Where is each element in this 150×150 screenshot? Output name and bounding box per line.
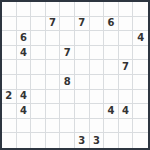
cell-r2-c2[interactable] bbox=[17, 17, 32, 32]
cell-r2-c10[interactable] bbox=[133, 17, 148, 32]
puzzle-board: 7766447782444433 bbox=[0, 0, 150, 150]
cell-r5-c8[interactable] bbox=[104, 60, 119, 75]
cell-r3-c2-clue[interactable]: 6 bbox=[17, 31, 32, 46]
cell-r6-c8[interactable] bbox=[104, 75, 119, 90]
cell-r10-c6-clue[interactable]: 3 bbox=[75, 133, 90, 148]
cell-r8-c4[interactable] bbox=[46, 104, 61, 119]
cell-r8-c8-clue[interactable]: 4 bbox=[104, 104, 119, 119]
cell-r6-c6[interactable] bbox=[75, 75, 90, 90]
cell-r1-c4[interactable] bbox=[46, 2, 61, 17]
cell-r5-c6[interactable] bbox=[75, 60, 90, 75]
cell-r6-c7[interactable] bbox=[90, 75, 105, 90]
cell-r10-c10[interactable] bbox=[133, 133, 148, 148]
cell-r6-c5-clue[interactable]: 8 bbox=[60, 75, 75, 90]
cell-r9-c4[interactable] bbox=[46, 119, 61, 134]
cell-r4-c9[interactable] bbox=[119, 46, 134, 61]
cell-r3-c6[interactable] bbox=[75, 31, 90, 46]
cell-r5-c1[interactable] bbox=[2, 60, 17, 75]
cell-r3-c10-clue[interactable]: 4 bbox=[133, 31, 148, 46]
cell-r4-c4[interactable] bbox=[46, 46, 61, 61]
cell-r7-c2-clue[interactable]: 4 bbox=[17, 90, 32, 105]
cell-r1-c7[interactable] bbox=[90, 2, 105, 17]
cell-r7-c4[interactable] bbox=[46, 90, 61, 105]
cell-r9-c3[interactable] bbox=[31, 119, 46, 134]
cell-r10-c4[interactable] bbox=[46, 133, 61, 148]
cell-r3-c5[interactable] bbox=[60, 31, 75, 46]
cell-r7-c3[interactable] bbox=[31, 90, 46, 105]
cell-r2-c4-clue[interactable]: 7 bbox=[46, 17, 61, 32]
cell-r8-c9-clue[interactable]: 4 bbox=[119, 104, 134, 119]
cell-r7-c8[interactable] bbox=[104, 90, 119, 105]
cell-r4-c3[interactable] bbox=[31, 46, 46, 61]
cell-r3-c1[interactable] bbox=[2, 31, 17, 46]
cell-r8-c5[interactable] bbox=[60, 104, 75, 119]
cell-r3-c9[interactable] bbox=[119, 31, 134, 46]
cell-r7-c1-clue[interactable]: 2 bbox=[2, 90, 17, 105]
cell-r8-c2-clue[interactable]: 4 bbox=[17, 104, 32, 119]
cell-r5-c9-clue[interactable]: 7 bbox=[119, 60, 134, 75]
cell-r1-c1[interactable] bbox=[2, 2, 17, 17]
cell-r5-c5[interactable] bbox=[60, 60, 75, 75]
cell-r2-c6-clue[interactable]: 7 bbox=[75, 17, 90, 32]
cell-r9-c8[interactable] bbox=[104, 119, 119, 134]
cell-r1-c6[interactable] bbox=[75, 2, 90, 17]
cell-r4-c10[interactable] bbox=[133, 46, 148, 61]
cell-r7-c6[interactable] bbox=[75, 90, 90, 105]
cell-r9-c9[interactable] bbox=[119, 119, 134, 134]
cell-r5-c7[interactable] bbox=[90, 60, 105, 75]
cell-r4-c2-clue[interactable]: 4 bbox=[17, 46, 32, 61]
cell-r9-c6[interactable] bbox=[75, 119, 90, 134]
cell-r4-c5-clue[interactable]: 7 bbox=[60, 46, 75, 61]
cell-r9-c2[interactable] bbox=[17, 119, 32, 134]
cell-r1-c5[interactable] bbox=[60, 2, 75, 17]
cell-r7-c9[interactable] bbox=[119, 90, 134, 105]
cell-r10-c9[interactable] bbox=[119, 133, 134, 148]
cell-r6-c10[interactable] bbox=[133, 75, 148, 90]
cell-r6-c3[interactable] bbox=[31, 75, 46, 90]
cell-r9-c10[interactable] bbox=[133, 119, 148, 134]
cell-r1-c10[interactable] bbox=[133, 2, 148, 17]
cell-r8-c7[interactable] bbox=[90, 104, 105, 119]
cell-r3-c4[interactable] bbox=[46, 31, 61, 46]
cell-r2-c8-clue[interactable]: 6 bbox=[104, 17, 119, 32]
cell-r10-c1[interactable] bbox=[2, 133, 17, 148]
cell-r2-c7[interactable] bbox=[90, 17, 105, 32]
cell-r1-c9[interactable] bbox=[119, 2, 134, 17]
cell-r6-c9[interactable] bbox=[119, 75, 134, 90]
cell-r5-c3[interactable] bbox=[31, 60, 46, 75]
cell-r6-c1[interactable] bbox=[2, 75, 17, 90]
cell-r9-c5[interactable] bbox=[60, 119, 75, 134]
cell-r10-c5[interactable] bbox=[60, 133, 75, 148]
cell-r10-c2[interactable] bbox=[17, 133, 32, 148]
cell-r3-c8[interactable] bbox=[104, 31, 119, 46]
cell-r4-c1[interactable] bbox=[2, 46, 17, 61]
cell-r5-c4[interactable] bbox=[46, 60, 61, 75]
cell-r4-c6[interactable] bbox=[75, 46, 90, 61]
cell-r5-c2[interactable] bbox=[17, 60, 32, 75]
cell-r7-c7[interactable] bbox=[90, 90, 105, 105]
cell-r1-c3[interactable] bbox=[31, 2, 46, 17]
cell-r1-c2[interactable] bbox=[17, 2, 32, 17]
cell-r10-c3[interactable] bbox=[31, 133, 46, 148]
cell-r8-c6[interactable] bbox=[75, 104, 90, 119]
cell-r2-c5[interactable] bbox=[60, 17, 75, 32]
cell-r4-c7[interactable] bbox=[90, 46, 105, 61]
cell-r9-c7[interactable] bbox=[90, 119, 105, 134]
cell-r8-c10[interactable] bbox=[133, 104, 148, 119]
cell-r8-c1[interactable] bbox=[2, 104, 17, 119]
cell-r2-c1[interactable] bbox=[2, 17, 17, 32]
cell-r4-c8[interactable] bbox=[104, 46, 119, 61]
cell-r3-c7[interactable] bbox=[90, 31, 105, 46]
cell-r6-c2[interactable] bbox=[17, 75, 32, 90]
cell-r9-c1[interactable] bbox=[2, 119, 17, 134]
cell-r2-c9[interactable] bbox=[119, 17, 134, 32]
cell-r7-c5[interactable] bbox=[60, 90, 75, 105]
cell-r10-c8[interactable] bbox=[104, 133, 119, 148]
cell-r2-c3[interactable] bbox=[31, 17, 46, 32]
cell-r1-c8[interactable] bbox=[104, 2, 119, 17]
cell-r6-c4[interactable] bbox=[46, 75, 61, 90]
cell-r3-c3[interactable] bbox=[31, 31, 46, 46]
cell-r5-c10[interactable] bbox=[133, 60, 148, 75]
cell-r8-c3[interactable] bbox=[31, 104, 46, 119]
cell-r7-c10[interactable] bbox=[133, 90, 148, 105]
cell-r10-c7-clue[interactable]: 3 bbox=[90, 133, 105, 148]
